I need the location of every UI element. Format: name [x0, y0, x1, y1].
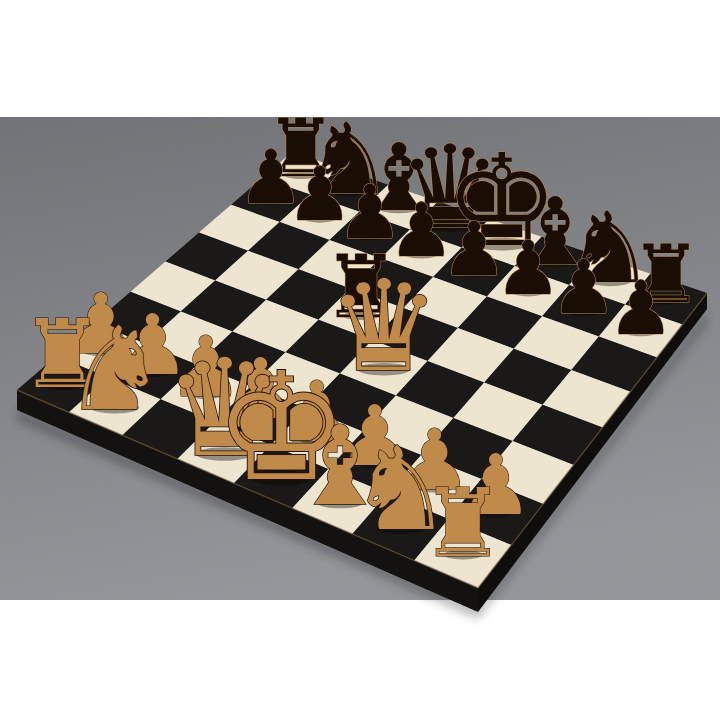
piece-white-rook-h1: ♜	[421, 469, 506, 578]
piece-black-pawn-h7: ♟	[607, 265, 674, 352]
chess-set-product-photo: ♜♞♟♝♟♛♟♚♟♝♟♞♟♜♟♜♟♟♛♟♜♟♞♟♟♛♟♚♟♝♟♞♜	[0, 0, 720, 720]
chess-scene: ♜♞♟♝♟♛♟♚♟♝♟♞♟♜♟♜♟♟♛♟♜♟♞♟♟♛♟♚♟♝♟♞♜	[0, 0, 720, 720]
piece-white-knight-b1: ♞	[63, 302, 166, 436]
